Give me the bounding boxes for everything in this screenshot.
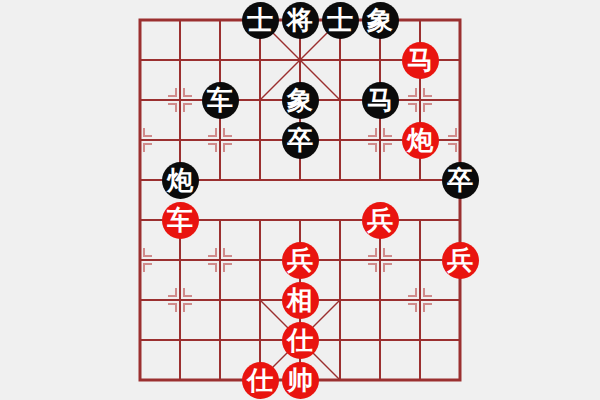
piece-red-general[interactable]: 帅 [282, 362, 319, 399]
piece-red-horse[interactable]: 马 [402, 42, 439, 79]
piece-red-chariot[interactable]: 车 [162, 202, 199, 239]
piece-black-horse[interactable]: 马 [362, 82, 399, 119]
piece-red-cannon[interactable]: 炮 [402, 122, 439, 159]
piece-black-chariot[interactable]: 车 [202, 82, 239, 119]
piece-red-pawn[interactable]: 兵 [362, 202, 399, 239]
pieces-grid: 士将士象马车象马卒炮炮卒车兵兵兵相仕仕帅 [120, 0, 480, 400]
piece-black-general[interactable]: 将 [282, 2, 319, 39]
xiangqi-board: 士将士象马车象马卒炮炮卒车兵兵兵相仕仕帅 [0, 0, 600, 400]
piece-red-elephant[interactable]: 相 [282, 282, 319, 319]
piece-black-advisor[interactable]: 士 [322, 2, 359, 39]
piece-black-cannon[interactable]: 炮 [162, 162, 199, 199]
piece-black-advisor[interactable]: 士 [242, 2, 279, 39]
piece-red-advisor[interactable]: 仕 [282, 322, 319, 359]
piece-black-elephant[interactable]: 象 [362, 2, 399, 39]
piece-black-elephant[interactable]: 象 [282, 82, 319, 119]
piece-red-pawn[interactable]: 兵 [442, 242, 479, 279]
piece-red-pawn[interactable]: 兵 [282, 242, 319, 279]
piece-black-pawn[interactable]: 卒 [442, 162, 479, 199]
piece-red-advisor[interactable]: 仕 [242, 362, 279, 399]
piece-black-pawn[interactable]: 卒 [282, 122, 319, 159]
